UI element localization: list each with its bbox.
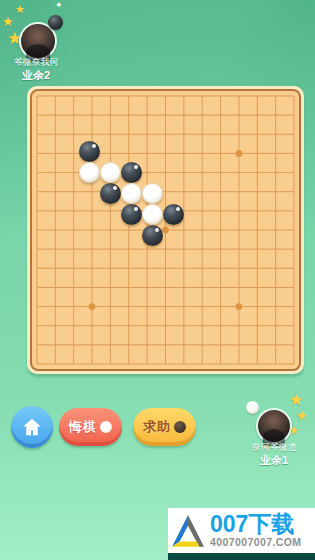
star-icon: ★ <box>289 392 303 408</box>
black-stone <box>163 204 184 225</box>
dark-stone-icon <box>174 421 186 433</box>
home-button[interactable] <box>11 406 53 448</box>
watermark-url: 4007007007.COM <box>210 536 301 548</box>
board-intersections[interactable] <box>28 86 303 373</box>
white-stone <box>100 162 121 183</box>
black-stone <box>142 225 163 246</box>
watermark-text: 007下载 4007007007.COM <box>210 513 301 548</box>
star-icon: ★ <box>15 4 25 15</box>
board-surface <box>30 89 301 371</box>
home-icon <box>21 416 43 438</box>
star-icon: ★ <box>296 409 308 422</box>
black-stone <box>79 141 100 162</box>
star-icon: ★ <box>2 15 14 28</box>
white-stone <box>79 162 100 183</box>
game-screen: ★ ★ ★ ✦ 爷微奈我何 业余2 悔棋 求助 ★ ★ ★ 奈何爷微道 业余1 <box>0 0 315 560</box>
white-stone <box>142 183 163 204</box>
help-label: 求助 <box>143 418 171 436</box>
watermark-triangle-logo <box>170 512 208 550</box>
black-stone <box>100 183 121 204</box>
white-stone <box>121 183 142 204</box>
watermark-strip <box>168 553 315 560</box>
watermark-banner[interactable]: 007下载 4007007007.COM <box>168 508 315 553</box>
ask-help-button[interactable]: 求助 <box>133 408 196 446</box>
undo-label: 悔棋 <box>69 418 97 436</box>
player-rank: 业余1 <box>236 453 312 468</box>
player-rank: 业余2 <box>0 68 74 83</box>
white-stone-icon <box>100 421 112 433</box>
watermark-title: 007下载 <box>210 513 301 536</box>
gomoku-board[interactable] <box>27 86 304 374</box>
black-stone <box>121 204 142 225</box>
white-stone <box>142 204 163 225</box>
sparkle-icon: ✦ <box>55 1 63 10</box>
black-stone <box>121 162 142 183</box>
star-icon: ★ <box>289 425 299 436</box>
black-stone-badge <box>48 15 63 30</box>
undo-move-button[interactable]: 悔棋 <box>59 408 122 446</box>
white-stone-badge <box>246 401 259 414</box>
avatar <box>256 408 292 444</box>
